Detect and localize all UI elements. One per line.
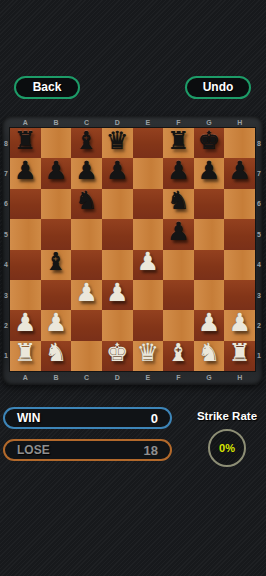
- rank-label-7: 7: [255, 158, 263, 188]
- file-label-c: C: [71, 373, 102, 383]
- square-c7[interactable]: ♟: [71, 158, 102, 188]
- square-h5[interactable]: [224, 219, 255, 249]
- piece-wp-a2[interactable]: ♟: [10, 307, 41, 337]
- square-e1[interactable]: ♛: [133, 341, 164, 371]
- piece-wp-c3[interactable]: ♟: [71, 277, 102, 307]
- strike-rate-value: 0%: [219, 442, 235, 454]
- square-a7[interactable]: ♟: [10, 158, 41, 188]
- square-f8[interactable]: ♜: [163, 128, 194, 158]
- square-a5[interactable]: [10, 219, 41, 249]
- rank-label-3: 3: [255, 280, 263, 310]
- square-a2[interactable]: ♟: [10, 310, 41, 340]
- piece-bb-c8[interactable]: ♝: [71, 125, 102, 155]
- rank-label-5: 5: [2, 219, 10, 249]
- square-c5[interactable]: [71, 219, 102, 249]
- square-h7[interactable]: ♟: [224, 158, 255, 188]
- square-b8[interactable]: [41, 128, 72, 158]
- file-label-d: D: [102, 373, 133, 383]
- rank-label-1: 1: [255, 341, 263, 371]
- rank-label-1: 1: [2, 341, 10, 371]
- chess-app-screen: Back Undo ABCDEFGH ABCDEFGH 87654321 876…: [0, 0, 266, 576]
- piece-wb-f1[interactable]: ♝: [163, 338, 194, 368]
- file-label-h: H: [224, 373, 255, 383]
- square-e5[interactable]: [133, 219, 164, 249]
- file-label-a: A: [10, 118, 41, 128]
- back-button[interactable]: Back: [14, 76, 80, 99]
- square-e6[interactable]: [133, 189, 164, 219]
- square-c1[interactable]: [71, 341, 102, 371]
- square-h1[interactable]: ♜: [224, 341, 255, 371]
- file-label-g: G: [194, 118, 225, 128]
- square-g7[interactable]: ♟: [194, 158, 225, 188]
- chess-board-frame: ABCDEFGH ABCDEFGH 87654321 87654321 ♜♝♛♜…: [2, 116, 263, 385]
- square-c4[interactable]: [71, 250, 102, 280]
- square-b2[interactable]: ♟: [41, 310, 72, 340]
- piece-wq-e1[interactable]: ♛: [133, 338, 164, 368]
- piece-br-a8[interactable]: ♜: [10, 125, 41, 155]
- square-d6[interactable]: [102, 189, 133, 219]
- square-c3[interactable]: ♟: [71, 280, 102, 310]
- piece-wp-h2[interactable]: ♟: [224, 307, 255, 337]
- square-f2[interactable]: [163, 310, 194, 340]
- file-label-b: B: [41, 373, 72, 383]
- board-grid: ♜♝♛♜♚♟♟♟♟♟♟♟♞♞♟♝♟♟♟♟♟♟♟♜♞♚♛♝♞♜: [10, 128, 255, 371]
- square-g1[interactable]: ♞: [194, 341, 225, 371]
- square-c6[interactable]: ♞: [71, 189, 102, 219]
- square-f7[interactable]: ♟: [163, 158, 194, 188]
- square-f4[interactable]: [163, 250, 194, 280]
- win-counter: WIN 0: [3, 407, 172, 429]
- file-label-e: E: [133, 373, 164, 383]
- square-c2[interactable]: [71, 310, 102, 340]
- piece-wn-g1[interactable]: ♞: [194, 338, 225, 368]
- rank-label-2: 2: [2, 310, 10, 340]
- square-g5[interactable]: [194, 219, 225, 249]
- square-f1[interactable]: ♝: [163, 341, 194, 371]
- square-a3[interactable]: [10, 280, 41, 310]
- piece-wp-g2[interactable]: ♟: [194, 307, 225, 337]
- strike-rate-label: Strike Rate: [188, 410, 266, 422]
- square-h2[interactable]: ♟: [224, 310, 255, 340]
- piece-bp-f7[interactable]: ♟: [163, 155, 194, 185]
- rank-label-4: 4: [2, 250, 10, 280]
- file-label-g: G: [194, 373, 225, 383]
- square-d2[interactable]: [102, 310, 133, 340]
- square-a6[interactable]: [10, 189, 41, 219]
- square-e3[interactable]: [133, 280, 164, 310]
- file-label-f: F: [163, 373, 194, 383]
- piece-bp-b7[interactable]: ♟: [41, 155, 72, 185]
- square-d3[interactable]: ♟: [102, 280, 133, 310]
- file-label-h: H: [224, 118, 255, 128]
- piece-bk-g8[interactable]: ♚: [194, 125, 225, 155]
- square-e4[interactable]: ♟: [133, 250, 164, 280]
- piece-bq-d8[interactable]: ♛: [102, 125, 133, 155]
- piece-wp-d3[interactable]: ♟: [102, 277, 133, 307]
- square-d1[interactable]: ♚: [102, 341, 133, 371]
- rank-label-6: 6: [2, 189, 10, 219]
- rank-label-7: 7: [2, 158, 10, 188]
- square-d4[interactable]: [102, 250, 133, 280]
- rank-label-2: 2: [255, 310, 263, 340]
- square-g6[interactable]: [194, 189, 225, 219]
- piece-wp-b2[interactable]: ♟: [41, 307, 72, 337]
- win-value: 0: [151, 411, 158, 426]
- square-g8[interactable]: ♚: [194, 128, 225, 158]
- piece-wk-d1[interactable]: ♚: [102, 338, 133, 368]
- file-labels-bottom: ABCDEFGH: [10, 373, 255, 383]
- square-g3[interactable]: [194, 280, 225, 310]
- file-label-b: B: [41, 118, 72, 128]
- square-b6[interactable]: [41, 189, 72, 219]
- square-d5[interactable]: [102, 219, 133, 249]
- rank-labels-left: 87654321: [2, 128, 10, 371]
- rank-label-4: 4: [255, 250, 263, 280]
- square-h4[interactable]: [224, 250, 255, 280]
- piece-bp-c7[interactable]: ♟: [71, 155, 102, 185]
- file-label-f: F: [163, 118, 194, 128]
- square-b5[interactable]: [41, 219, 72, 249]
- square-a4[interactable]: [10, 250, 41, 280]
- file-label-d: D: [102, 118, 133, 128]
- file-labels-top: ABCDEFGH: [10, 118, 255, 128]
- piece-bp-a7[interactable]: ♟: [10, 155, 41, 185]
- piece-bn-c6[interactable]: ♞: [71, 186, 102, 216]
- square-e7[interactable]: [133, 158, 164, 188]
- piece-bp-g7[interactable]: ♟: [194, 155, 225, 185]
- rank-label-5: 5: [255, 219, 263, 249]
- piece-wn-b1[interactable]: ♞: [41, 338, 72, 368]
- lose-value: 18: [144, 443, 158, 458]
- strike-rate-badge: 0%: [208, 429, 246, 467]
- square-a8[interactable]: ♜: [10, 128, 41, 158]
- rank-label-6: 6: [255, 189, 263, 219]
- piece-wr-a1[interactable]: ♜: [10, 338, 41, 368]
- square-c8[interactable]: ♝: [71, 128, 102, 158]
- piece-bp-f5[interactable]: ♟: [163, 216, 194, 246]
- file-label-e: E: [133, 118, 164, 128]
- rank-label-8: 8: [2, 128, 10, 158]
- piece-wp-e4[interactable]: ♟: [133, 247, 164, 277]
- square-e2[interactable]: [133, 310, 164, 340]
- piece-bb-b4[interactable]: ♝: [41, 247, 72, 277]
- square-b1[interactable]: ♞: [41, 341, 72, 371]
- piece-bn-f6[interactable]: ♞: [163, 186, 194, 216]
- square-g4[interactable]: [194, 250, 225, 280]
- square-f3[interactable]: [163, 280, 194, 310]
- undo-button[interactable]: Undo: [185, 76, 251, 99]
- lose-label: LOSE: [17, 443, 50, 457]
- file-label-a: A: [10, 373, 41, 383]
- rank-label-8: 8: [255, 128, 263, 158]
- square-e8[interactable]: [133, 128, 164, 158]
- square-h8[interactable]: [224, 128, 255, 158]
- square-g2[interactable]: ♟: [194, 310, 225, 340]
- square-b7[interactable]: ♟: [41, 158, 72, 188]
- square-f6[interactable]: ♞: [163, 189, 194, 219]
- square-a1[interactable]: ♜: [10, 341, 41, 371]
- rank-labels-right: 87654321: [255, 128, 263, 371]
- square-b3[interactable]: [41, 280, 72, 310]
- square-d8[interactable]: ♛: [102, 128, 133, 158]
- square-h3[interactable]: [224, 280, 255, 310]
- square-d7[interactable]: ♟: [102, 158, 133, 188]
- piece-wr-h1[interactable]: ♜: [224, 338, 255, 368]
- square-f5[interactable]: ♟: [163, 219, 194, 249]
- rank-label-3: 3: [2, 280, 10, 310]
- win-label: WIN: [17, 411, 40, 425]
- file-label-c: C: [71, 118, 102, 128]
- lose-counter: LOSE 18: [3, 439, 172, 461]
- piece-bp-d7[interactable]: ♟: [102, 155, 133, 185]
- square-h6[interactable]: [224, 189, 255, 219]
- piece-bp-h7[interactable]: ♟: [224, 155, 255, 185]
- piece-br-f8[interactable]: ♜: [163, 125, 194, 155]
- square-b4[interactable]: ♝: [41, 250, 72, 280]
